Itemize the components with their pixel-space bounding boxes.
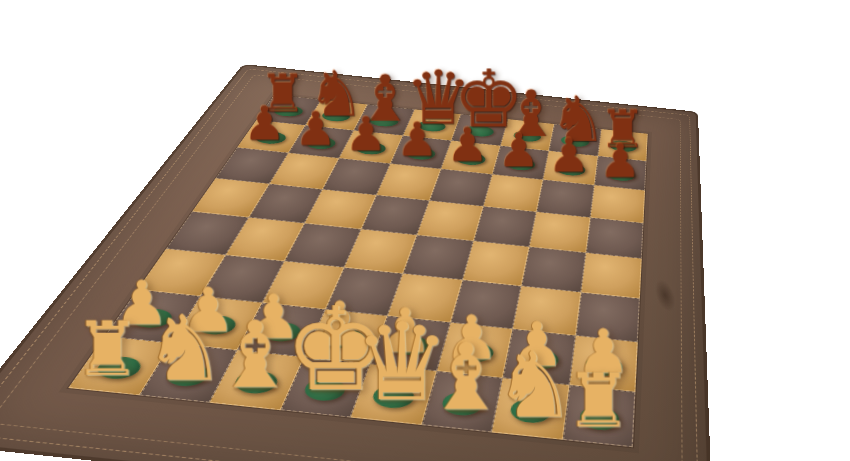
square-h5[interactable] <box>585 217 643 258</box>
square-g1[interactable]: ♞ <box>491 378 568 440</box>
square-b5[interactable] <box>248 184 322 224</box>
square-f1[interactable]: ♝ <box>420 371 502 433</box>
piece-black-pawn[interactable]: ♟ <box>240 100 289 147</box>
square-h7[interactable]: ♟ <box>594 156 646 191</box>
piece-white-rook[interactable]: ♜ <box>73 311 141 386</box>
piece-white-bishop[interactable]: ♝ <box>213 308 281 400</box>
piece-white-bishop[interactable]: ♝ <box>423 330 491 422</box>
piece-black-pawn[interactable]: ♟ <box>392 116 441 163</box>
square-g4[interactable] <box>521 247 585 292</box>
piece-white-queen[interactable]: ♛ <box>353 308 421 415</box>
piece-black-pawn[interactable]: ♟ <box>341 111 390 158</box>
photo-scene: ♜♞♝♛♚♝♞♜♟♟♟♟♟♟♟♟♟♟♟♟♟♟♟♟♜♞♝♚♛♝♞♜ <box>0 0 850 461</box>
square-g6[interactable] <box>536 180 594 218</box>
leather-board-mat: ♜♞♝♛♚♝♞♜♟♟♟♟♟♟♟♟♟♟♟♟♟♟♟♟♜♞♝♚♛♝♞♜ <box>0 64 712 461</box>
piece-white-knight[interactable]: ♞ <box>143 302 211 393</box>
piece-black-pawn[interactable]: ♟ <box>595 137 644 184</box>
square-h4[interactable] <box>580 253 641 298</box>
square-e1[interactable]: ♛ <box>350 364 436 425</box>
piece-black-pawn[interactable]: ♟ <box>493 127 542 174</box>
embossed-stamp-icon <box>651 279 678 312</box>
square-g5[interactable] <box>529 212 590 253</box>
square-h1[interactable]: ♜ <box>562 385 635 448</box>
piece-white-knight[interactable]: ♞ <box>493 339 561 430</box>
square-f5[interactable] <box>473 206 536 247</box>
piece-white-rook[interactable]: ♜ <box>563 362 631 437</box>
piece-black-pawn[interactable]: ♟ <box>544 132 593 179</box>
square-d4[interactable] <box>343 229 416 273</box>
square-f4[interactable] <box>462 241 529 286</box>
piece-black-pawn[interactable]: ♟ <box>290 105 339 152</box>
piece-black-pawn[interactable]: ♟ <box>443 121 492 168</box>
chessboard[interactable]: ♜♞♝♛♚♝♞♜♟♟♟♟♟♟♟♟♟♟♟♟♟♟♟♟♜♞♝♚♛♝♞♜ <box>68 95 648 448</box>
square-e5[interactable] <box>417 201 483 241</box>
piece-white-king[interactable]: ♚ <box>283 293 351 408</box>
